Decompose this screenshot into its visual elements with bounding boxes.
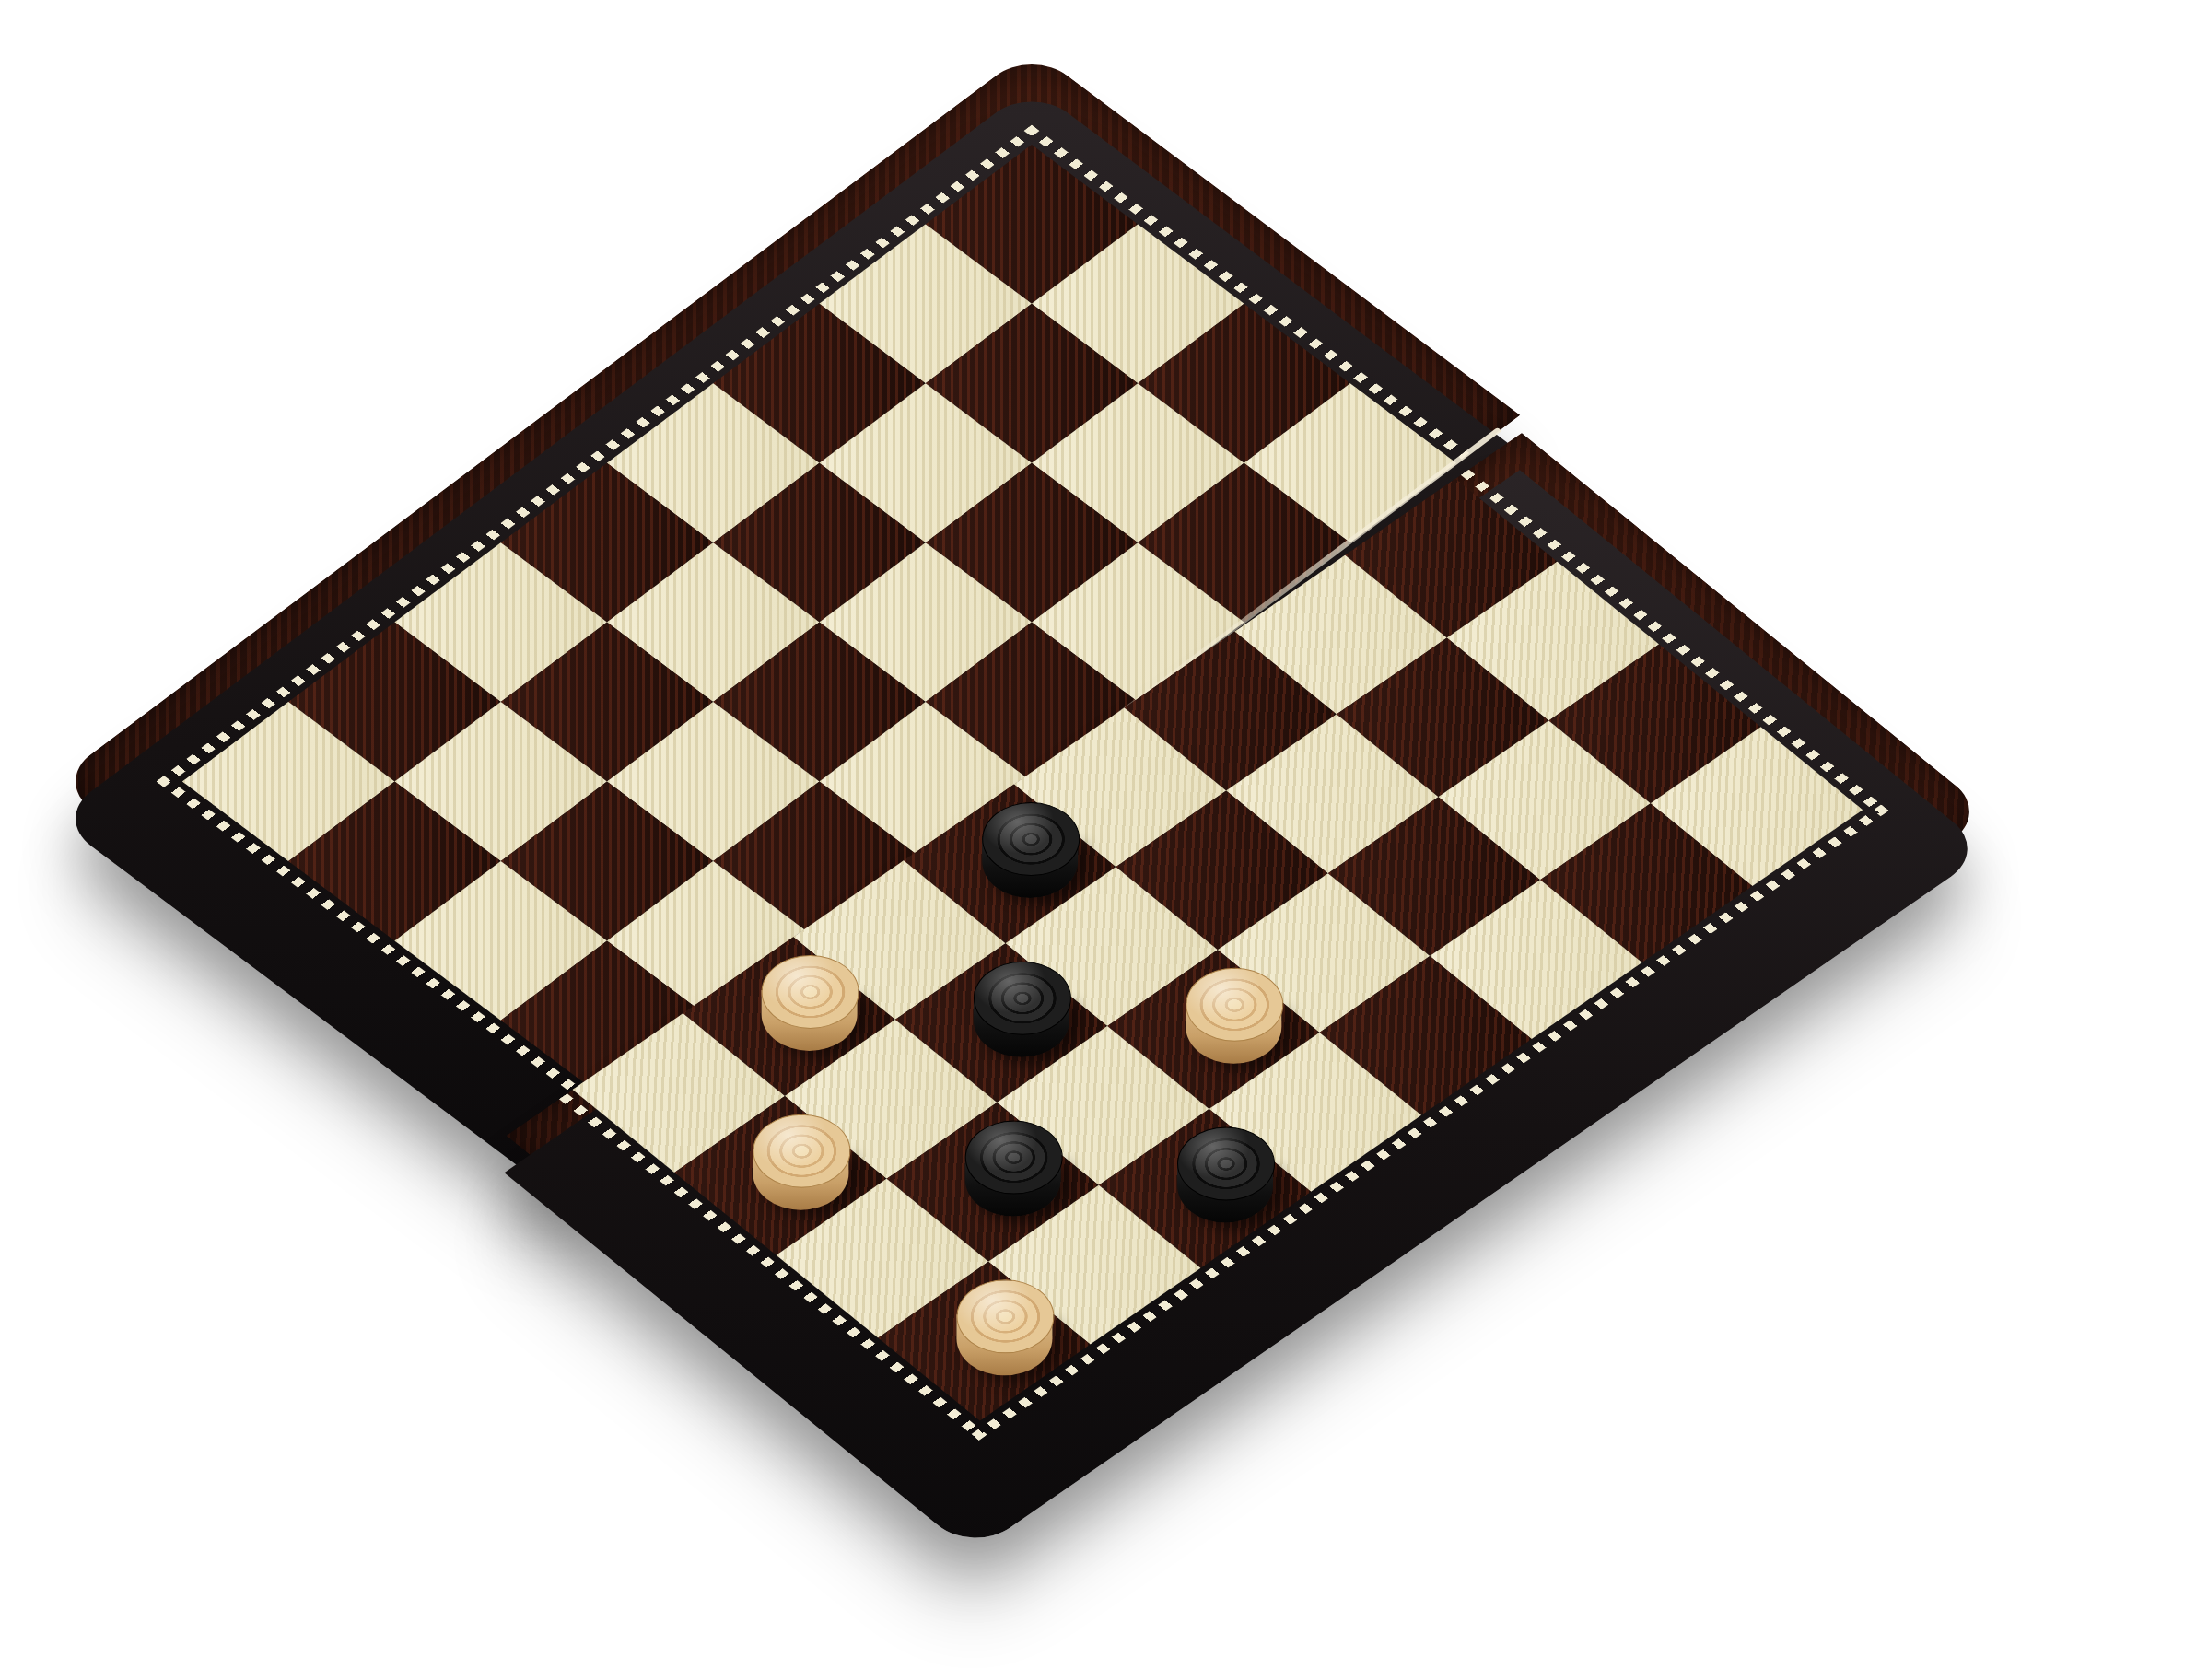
black-checker-h3[interactable] [1177, 1126, 1273, 1222]
checker-top-face [1186, 967, 1283, 1041]
checker-top-face [956, 1279, 1054, 1353]
black-checker-g2[interactable] [965, 1120, 1061, 1216]
checker-top-face [974, 961, 1071, 1034]
checker-top-face [982, 802, 1080, 876]
checker-top-face [1177, 1126, 1275, 1200]
white-checker-e2[interactable] [762, 954, 858, 1050]
checker-top-face [762, 954, 859, 1028]
board-photo [0, 0, 2196, 1680]
white-checker-g4[interactable] [1186, 967, 1281, 1063]
white-checker-f1[interactable] [753, 1114, 848, 1209]
black-checker-e4[interactable] [982, 802, 1078, 898]
checker-top-face [753, 1114, 850, 1187]
white-checker-h1[interactable] [956, 1279, 1052, 1375]
black-checker-f3[interactable] [974, 961, 1069, 1056]
checker-top-face [965, 1120, 1063, 1194]
